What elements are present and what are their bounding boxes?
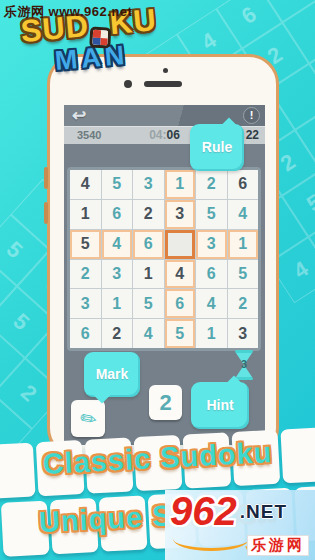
cell-r5c5[interactable]: 4 — [196, 289, 227, 318]
logo-grid-icon — [90, 26, 112, 48]
cell-r1c6[interactable]: 6 — [228, 170, 259, 199]
footer-logo-number: 962 — [170, 492, 237, 530]
cell-r2c4[interactable]: 3 — [165, 200, 196, 229]
phone-front-camera-icon — [124, 80, 132, 88]
back-arrow-icon[interactable]: ↩ — [72, 105, 86, 126]
cell-r6c5[interactable]: 1 — [196, 319, 227, 348]
cell-r6c4[interactable]: 5 — [165, 319, 196, 348]
footer-site-logo: 962 .NET 乐游网 — [165, 490, 315, 560]
cell-r4c5[interactable]: 6 — [196, 260, 227, 289]
phone-volume-button — [44, 167, 48, 189]
screenshot-stage: 46425125643 2535625443 乐游网 www.962.net S… — [0, 0, 315, 560]
cell-r6c2[interactable]: 2 — [102, 319, 133, 348]
cell-r3c2[interactable]: 4 — [102, 230, 133, 259]
cell-r1c4[interactable]: 1 — [165, 170, 196, 199]
phone-volume-button — [44, 202, 48, 224]
cell-r4c3[interactable]: 1 — [133, 260, 164, 289]
rule-info-icon[interactable]: ! — [243, 107, 260, 124]
cell-r3c1[interactable]: 5 — [70, 230, 101, 259]
rule-callout: Rule — [190, 124, 244, 171]
game-screen: ↩ ! 3540 04:06 ×22 453126162354546312314… — [64, 105, 265, 445]
cell-r6c6[interactable]: 3 — [228, 319, 259, 348]
cell-r3c5[interactable]: 3 — [196, 230, 227, 259]
cell-r1c2[interactable]: 5 — [102, 170, 133, 199]
cell-r4c6[interactable]: 5 — [228, 260, 259, 289]
cell-r3c4[interactable] — [165, 230, 196, 259]
footer-site-name: 乐游网 — [247, 535, 309, 556]
footer-logo-suffix: .NET — [240, 501, 287, 523]
phone-camera-dot-icon — [163, 68, 168, 73]
cell-r5c6[interactable]: 2 — [228, 289, 259, 318]
cell-r3c6[interactable]: 1 — [228, 230, 259, 259]
hint-hourglass-button[interactable]: 3 — [234, 350, 254, 382]
cell-r1c5[interactable]: 2 — [196, 170, 227, 199]
phone-speaker-icon — [144, 81, 182, 87]
cell-r1c1[interactable]: 4 — [70, 170, 101, 199]
cell-r4c1[interactable]: 2 — [70, 260, 101, 289]
hint-callout: Hint — [191, 382, 249, 429]
cell-r2c1[interactable]: 1 — [70, 200, 101, 229]
cell-r2c3[interactable]: 2 — [133, 200, 164, 229]
cell-r2c5[interactable]: 5 — [196, 200, 227, 229]
cell-r4c2[interactable]: 3 — [102, 260, 133, 289]
cell-r3c3[interactable]: 6 — [133, 230, 164, 259]
hint-count: 3 — [234, 359, 254, 370]
mark-pencil-button[interactable]: ✏ — [71, 400, 105, 437]
cell-r1c3[interactable]: 3 — [133, 170, 164, 199]
cell-r2c6[interactable]: 4 — [228, 200, 259, 229]
cell-r5c3[interactable]: 5 — [133, 289, 164, 318]
watermark-site-url: 乐游网 www.962.net — [4, 3, 132, 21]
cell-r6c3[interactable]: 4 — [133, 319, 164, 348]
cell-r5c1[interactable]: 3 — [70, 289, 101, 318]
cell-r6c1[interactable]: 6 — [70, 319, 101, 348]
cell-r4c4[interactable]: 4 — [165, 260, 196, 289]
mark-callout: Mark — [84, 352, 140, 397]
phone-mockup: ↩ ! 3540 04:06 ×22 453126162354546312314… — [47, 54, 279, 458]
footer-swoosh-arrow-icon — [173, 537, 249, 551]
cell-r5c2[interactable]: 1 — [102, 289, 133, 318]
number-2-tile[interactable]: 2 — [149, 385, 182, 420]
number-2-label: 2 — [159, 390, 171, 416]
cell-r2c2[interactable]: 6 — [102, 200, 133, 229]
sudoku-grid: 45312616235454631231465315642624513 — [70, 170, 258, 348]
sudoku-board: 45312616235454631231465315642624513 — [67, 167, 261, 351]
cell-r5c4[interactable]: 6 — [165, 289, 196, 318]
pencil-icon: ✏ — [77, 405, 98, 432]
